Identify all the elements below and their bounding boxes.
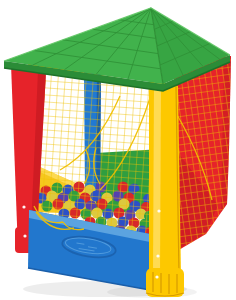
right-corner-post — [146, 80, 184, 297]
right-net — [174, 56, 231, 251]
product-photo — [0, 0, 236, 300]
right-post-foot — [146, 268, 184, 297]
ball-pit-illustration — [0, 0, 236, 300]
